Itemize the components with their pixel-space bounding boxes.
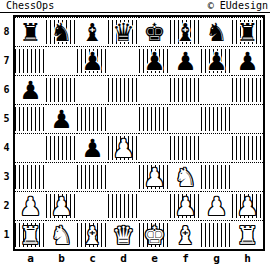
white-pawn-icon: ♟ [205, 194, 227, 219]
square-f6[interactable] [170, 75, 201, 104]
square-h7[interactable]: ♟ [232, 46, 263, 75]
square-g6[interactable] [201, 75, 232, 104]
square-e5[interactable] [139, 104, 170, 133]
square-b5[interactable]: ♟ [46, 104, 77, 133]
file-label-g: g [201, 251, 232, 266]
square-a3[interactable] [15, 162, 46, 191]
black-knight-icon: ♞ [205, 20, 227, 45]
square-e7[interactable]: ♟ [139, 46, 170, 75]
square-d8[interactable]: ♛ [108, 17, 139, 46]
white-pawn-icon: ♟ [174, 194, 196, 219]
white-pawn-icon: ♟ [236, 194, 258, 219]
black-pawn-icon: ♟ [50, 107, 72, 132]
black-king-icon: ♚ [143, 20, 165, 45]
square-b8[interactable]: ♞ [46, 17, 77, 46]
square-g8[interactable]: ♞ [201, 17, 232, 46]
rank-label-2: 2 [0, 191, 13, 220]
file-label-h: h [232, 251, 263, 266]
rank-label-4: 4 [0, 133, 13, 162]
square-d5[interactable] [108, 104, 139, 133]
square-f1[interactable]: ♝ [170, 220, 201, 249]
square-h1[interactable]: ♜ [232, 220, 263, 249]
square-d7[interactable] [108, 46, 139, 75]
square-c5[interactable] [77, 104, 108, 133]
white-rook-icon: ♜ [19, 223, 41, 248]
rank-label-3: 3 [0, 162, 13, 191]
square-f8[interactable]: ♝ [170, 17, 201, 46]
square-g3[interactable] [201, 162, 232, 191]
rank-label-6: 6 [0, 75, 13, 104]
square-h4[interactable] [232, 133, 263, 162]
rank-label-7: 7 [0, 46, 13, 75]
black-knight-icon: ♞ [50, 20, 72, 45]
square-f3[interactable]: ♞ [170, 162, 201, 191]
square-g1[interactable] [201, 220, 232, 249]
white-knight-icon: ♞ [50, 223, 72, 248]
square-a2[interactable]: ♟ [15, 191, 46, 220]
black-queen-icon: ♛ [112, 20, 134, 45]
square-a7[interactable] [15, 46, 46, 75]
board: ♜♞♝♛♚♝♞♜♟♟♟♟♟♟♟♟♟♟♞♟♟♟♟♟♜♞♝♛♚♝♜ [13, 15, 265, 251]
black-pawn-icon: ♟ [236, 49, 258, 74]
black-rook-icon: ♜ [236, 20, 258, 45]
square-b2[interactable]: ♟ [46, 191, 77, 220]
rank-label-5: 5 [0, 104, 13, 133]
square-d3[interactable] [108, 162, 139, 191]
square-c1[interactable]: ♝ [77, 220, 108, 249]
square-h6[interactable] [232, 75, 263, 104]
white-rook-icon: ♜ [236, 223, 258, 248]
square-d4[interactable]: ♟ [108, 133, 139, 162]
square-d2[interactable] [108, 191, 139, 220]
square-a6[interactable]: ♟ [15, 75, 46, 104]
file-labels: abcdefgh [15, 251, 270, 266]
square-f7[interactable]: ♟ [170, 46, 201, 75]
white-pawn-icon: ♟ [112, 136, 134, 161]
black-pawn-icon: ♟ [205, 49, 227, 74]
black-pawn-icon: ♟ [81, 49, 103, 74]
square-d1[interactable]: ♛ [108, 220, 139, 249]
file-label-e: e [139, 251, 170, 266]
square-e2[interactable] [139, 191, 170, 220]
white-knight-icon: ♞ [174, 165, 196, 190]
square-a1[interactable]: ♜ [15, 220, 46, 249]
square-d6[interactable] [108, 75, 139, 104]
white-queen-icon: ♛ [112, 223, 134, 248]
white-pawn-icon: ♟ [50, 194, 72, 219]
black-pawn-icon: ♟ [19, 78, 41, 103]
square-g4[interactable] [201, 133, 232, 162]
file-label-d: d [108, 251, 139, 266]
square-b4[interactable] [46, 133, 77, 162]
square-g2[interactable]: ♟ [201, 191, 232, 220]
square-c7[interactable]: ♟ [77, 46, 108, 75]
white-king-icon: ♚ [143, 223, 165, 248]
square-g5[interactable] [201, 104, 232, 133]
square-c4[interactable]: ♟ [77, 133, 108, 162]
square-a4[interactable] [15, 133, 46, 162]
white-pawn-icon: ♟ [143, 165, 165, 190]
black-pawn-icon: ♟ [81, 136, 103, 161]
square-e8[interactable]: ♚ [139, 17, 170, 46]
file-label-c: c [77, 251, 108, 266]
square-c2[interactable] [77, 191, 108, 220]
square-a5[interactable] [15, 104, 46, 133]
black-rook-icon: ♜ [19, 20, 41, 45]
square-e6[interactable] [139, 75, 170, 104]
app-title: ChessOps [6, 0, 54, 12]
rank-labels: 87654321 [0, 17, 13, 251]
square-e1[interactable]: ♚ [139, 220, 170, 249]
black-pawn-icon: ♟ [174, 49, 196, 74]
square-c6[interactable] [77, 75, 108, 104]
square-b3[interactable] [46, 162, 77, 191]
square-g7[interactable]: ♟ [201, 46, 232, 75]
square-h3[interactable] [232, 162, 263, 191]
white-pawn-icon: ♟ [19, 194, 41, 219]
board-area: 87654321 ♜♞♝♛♚♝♞♜♟♟♟♟♟♟♟♟♟♟♞♟♟♟♟♟♜♞♝♛♚♝♜ [0, 13, 270, 251]
rank-label-1: 1 [0, 220, 13, 249]
file-label-a: a [15, 251, 46, 266]
credit-link: © EUdesign [208, 0, 268, 12]
rank-label-8: 8 [0, 17, 13, 46]
white-bishop-icon: ♝ [81, 223, 103, 248]
black-bishop-icon: ♝ [174, 20, 196, 45]
square-e4[interactable] [139, 133, 170, 162]
file-label-b: b [46, 251, 77, 266]
square-f4[interactable] [170, 133, 201, 162]
square-e3[interactable]: ♟ [139, 162, 170, 191]
square-f2[interactable]: ♟ [170, 191, 201, 220]
square-b6[interactable] [46, 75, 77, 104]
square-b7[interactable] [46, 46, 77, 75]
black-bishop-icon: ♝ [81, 20, 103, 45]
white-bishop-icon: ♝ [174, 223, 196, 248]
square-h2[interactable]: ♟ [232, 191, 263, 220]
square-h8[interactable]: ♜ [232, 17, 263, 46]
file-label-f: f [170, 251, 201, 266]
square-f5[interactable] [170, 104, 201, 133]
square-c8[interactable]: ♝ [77, 17, 108, 46]
square-c3[interactable] [77, 162, 108, 191]
header: ChessOps © EUdesign [0, 0, 270, 13]
square-a8[interactable]: ♜ [15, 17, 46, 46]
square-h5[interactable] [232, 104, 263, 133]
square-b1[interactable]: ♞ [46, 220, 77, 249]
black-pawn-icon: ♟ [143, 49, 165, 74]
